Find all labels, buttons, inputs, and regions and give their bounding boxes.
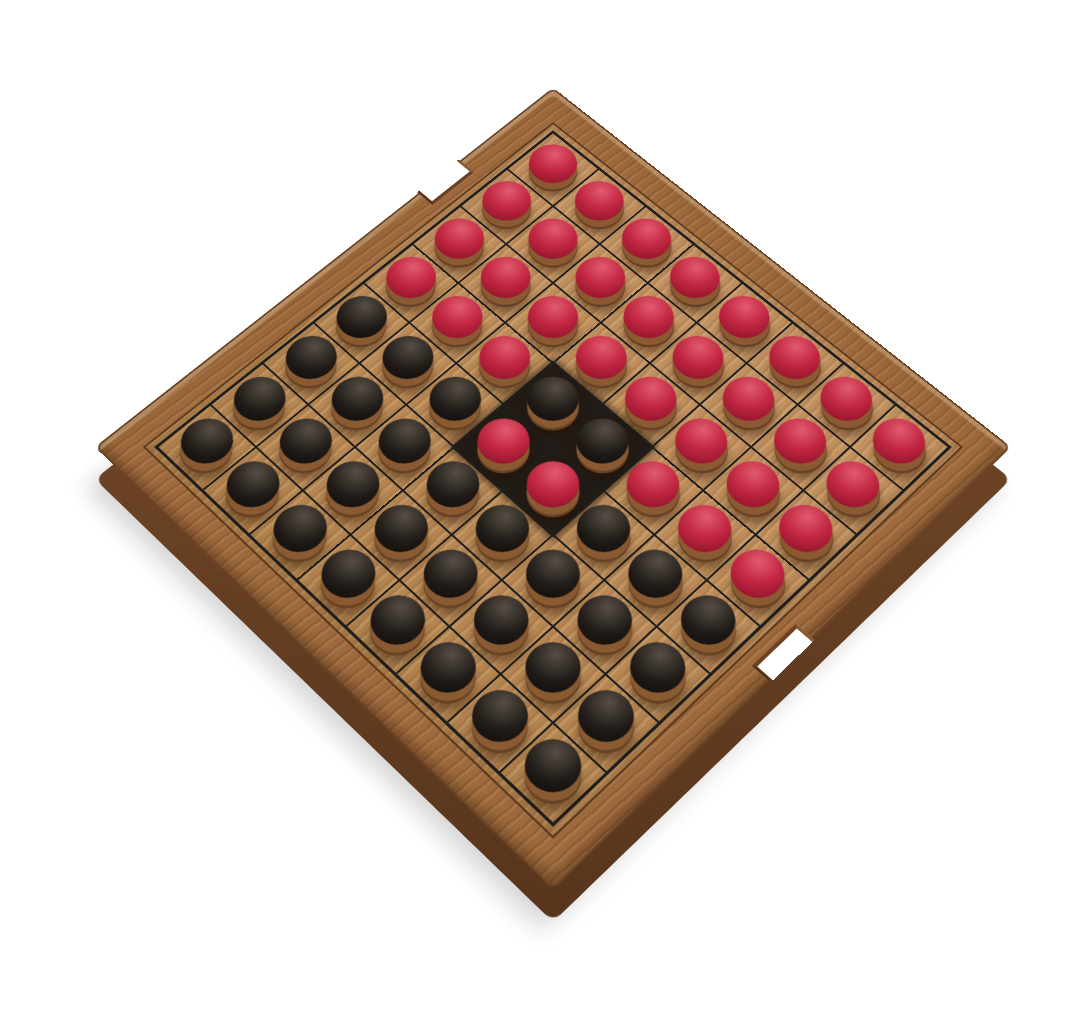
red-peg xyxy=(519,137,587,192)
board-surface xyxy=(146,124,961,836)
photo-stage xyxy=(0,0,1080,1024)
othello-board xyxy=(95,88,1011,890)
board-grid xyxy=(154,130,952,826)
